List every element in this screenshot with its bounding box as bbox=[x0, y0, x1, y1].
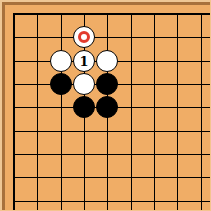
grid-line-horizontal bbox=[13, 177, 211, 178]
grid-line-vertical bbox=[177, 13, 178, 211]
grid-line-vertical bbox=[131, 13, 132, 211]
white-stone: 1 bbox=[73, 50, 95, 72]
grid-line-horizontal bbox=[13, 37, 211, 38]
go-board-diagram: 1 bbox=[0, 0, 211, 211]
image-edge-right bbox=[210, 0, 211, 211]
move-number-label: 1 bbox=[79, 55, 88, 68]
white-stone bbox=[73, 73, 95, 95]
grid-line-vertical bbox=[37, 13, 38, 211]
black-stone bbox=[50, 73, 72, 95]
grid-line-horizontal bbox=[13, 201, 211, 202]
board-edge-line-horizontal bbox=[13, 13, 211, 15]
board-frame-highlight-top bbox=[0, 0, 211, 2]
grid-line-horizontal bbox=[13, 131, 211, 132]
image-edge-bottom bbox=[0, 210, 211, 211]
black-stone bbox=[73, 96, 95, 118]
board-frame-left bbox=[2, 2, 5, 211]
grid-line-vertical bbox=[154, 13, 155, 211]
grid-line-vertical bbox=[201, 13, 202, 211]
white-stone bbox=[96, 50, 118, 72]
board-frame-highlight-left bbox=[0, 0, 2, 211]
white-stone bbox=[73, 26, 95, 48]
black-stone bbox=[96, 73, 118, 95]
grid-line-horizontal bbox=[13, 154, 211, 155]
board-edge-line-vertical bbox=[13, 13, 15, 211]
red-circle-marker-icon bbox=[78, 31, 90, 43]
white-stone bbox=[50, 50, 72, 72]
black-stone bbox=[96, 96, 118, 118]
grid-line-vertical bbox=[61, 13, 62, 211]
board-frame-top bbox=[2, 2, 211, 5]
